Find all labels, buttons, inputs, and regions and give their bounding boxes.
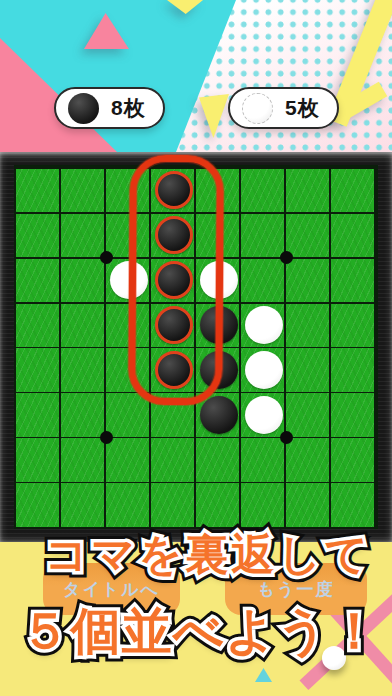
- board-cell[interactable]: [286, 167, 331, 212]
- yellow-chevron-icon: [334, 82, 388, 123]
- board-cell[interactable]: [16, 302, 61, 347]
- board-cell[interactable]: [106, 167, 151, 212]
- board-cell[interactable]: [196, 482, 241, 527]
- white-score-label: 5枚: [285, 94, 320, 122]
- board-cell[interactable]: [241, 167, 286, 212]
- board-cell[interactable]: [106, 212, 151, 257]
- board-cell[interactable]: [241, 482, 286, 527]
- teal-triangle-icon: [255, 668, 272, 682]
- board-cell[interactable]: [331, 437, 376, 482]
- board-cell[interactable]: [151, 257, 196, 302]
- white-score-pill: 5枚: [228, 87, 339, 129]
- board-cell[interactable]: [196, 437, 241, 482]
- board-cell[interactable]: [16, 392, 61, 437]
- white-ball-icon: [322, 646, 346, 670]
- board-cell[interactable]: [61, 167, 106, 212]
- to-title-button[interactable]: タイトルへ: [43, 563, 180, 615]
- retry-button[interactable]: もう一度: [225, 563, 367, 615]
- board-cell[interactable]: [241, 302, 286, 347]
- black-score-label: 8枚: [111, 94, 146, 122]
- board-cell[interactable]: [331, 167, 376, 212]
- board-cell[interactable]: [151, 392, 196, 437]
- board-cell[interactable]: [16, 212, 61, 257]
- black-disc-icon: [68, 93, 99, 124]
- board-cell[interactable]: [241, 257, 286, 302]
- board-cell[interactable]: [61, 437, 106, 482]
- board-cell[interactable]: [331, 482, 376, 527]
- board-cell[interactable]: [61, 212, 106, 257]
- pink-corner-shape: [0, 0, 392, 152]
- board-cell[interactable]: [286, 347, 331, 392]
- game-board: [14, 165, 378, 529]
- board-cell[interactable]: [106, 302, 151, 347]
- board-cell[interactable]: [241, 392, 286, 437]
- board-cell[interactable]: [241, 347, 286, 392]
- teal-background-shape: [0, 0, 392, 152]
- board-cell[interactable]: [286, 302, 331, 347]
- board-cell[interactable]: [16, 347, 61, 392]
- board-cell[interactable]: [241, 437, 286, 482]
- board-grid: [16, 167, 376, 527]
- board-cell[interactable]: [151, 302, 196, 347]
- board-cell[interactable]: [16, 482, 61, 527]
- result-footer: タイトルへ もう一度: [0, 542, 392, 696]
- yellow-triangle-top-icon: [167, 0, 203, 14]
- board-cell[interactable]: [286, 482, 331, 527]
- board-cell[interactable]: [61, 392, 106, 437]
- board-cell[interactable]: [286, 212, 331, 257]
- board-cell[interactable]: [106, 482, 151, 527]
- black-score-pill: 8枚: [54, 87, 165, 129]
- board-cell[interactable]: [331, 212, 376, 257]
- board-cell[interactable]: [196, 347, 241, 392]
- board-cell[interactable]: [106, 437, 151, 482]
- board-cell[interactable]: [196, 302, 241, 347]
- board-cell[interactable]: [151, 437, 196, 482]
- board-cell[interactable]: [106, 347, 151, 392]
- board-cell[interactable]: [106, 257, 151, 302]
- board-cell[interactable]: [16, 167, 61, 212]
- board-cell[interactable]: [16, 257, 61, 302]
- board-cell[interactable]: [196, 257, 241, 302]
- board-cell[interactable]: [331, 392, 376, 437]
- board-cell[interactable]: [151, 482, 196, 527]
- board-cell[interactable]: [286, 392, 331, 437]
- board-cell[interactable]: [61, 347, 106, 392]
- board-cell[interactable]: [151, 167, 196, 212]
- board-cell[interactable]: [196, 167, 241, 212]
- board-cell[interactable]: [241, 212, 286, 257]
- board-cell[interactable]: [151, 212, 196, 257]
- board-cell[interactable]: [286, 437, 331, 482]
- board-cell[interactable]: [196, 392, 241, 437]
- board-cell[interactable]: [196, 212, 241, 257]
- white-disc-icon: [242, 93, 273, 124]
- board-cell[interactable]: [61, 257, 106, 302]
- board-cell[interactable]: [151, 347, 196, 392]
- board-frame: [0, 152, 392, 542]
- board-cell[interactable]: [106, 392, 151, 437]
- board-cell[interactable]: [331, 347, 376, 392]
- board-cell[interactable]: [331, 302, 376, 347]
- pink-triangle-icon: [84, 13, 129, 49]
- board-cell[interactable]: [61, 482, 106, 527]
- game-screen: 8枚 5枚 タイトルへ もう一度 コマを裏返して コマを裏返して コマを裏返して…: [0, 0, 392, 696]
- board-cell[interactable]: [16, 437, 61, 482]
- yellow-arrow-icon: [199, 94, 229, 138]
- board-cell[interactable]: [286, 257, 331, 302]
- board-cell[interactable]: [61, 302, 106, 347]
- board-cell[interactable]: [331, 257, 376, 302]
- score-header: 8枚 5枚: [0, 0, 392, 152]
